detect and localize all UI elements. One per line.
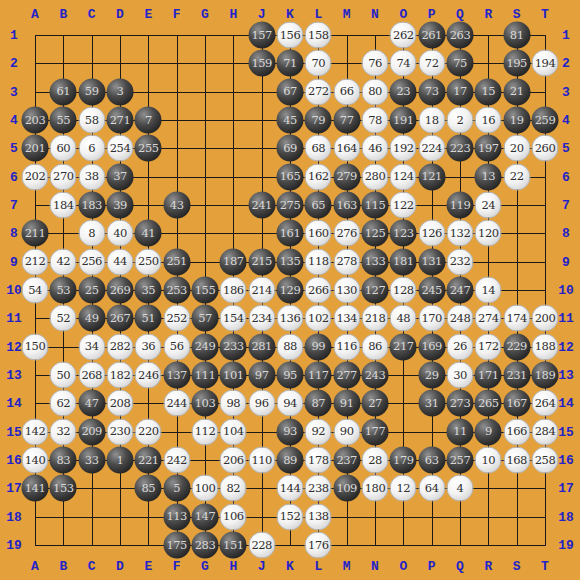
stone-move-151-H19[interactable]: 151 — [220, 532, 247, 559]
stone-move-142-A15[interactable]: 142 — [22, 418, 49, 445]
stone-move-75-Q2[interactable]: 75 — [447, 50, 474, 77]
stone-move-17-Q3[interactable]: 17 — [447, 78, 474, 105]
stone-move-259-T4[interactable]: 259 — [532, 107, 559, 134]
stone-move-18-P4[interactable]: 18 — [418, 107, 445, 134]
stone-move-260-T5[interactable]: 260 — [532, 135, 559, 162]
stone-move-124-O6[interactable]: 124 — [390, 163, 417, 190]
stone-move-83-B16[interactable]: 83 — [50, 447, 77, 474]
stone-move-186-H10[interactable]: 186 — [220, 277, 247, 304]
stone-move-191-O4[interactable]: 191 — [390, 107, 417, 134]
stone-move-30-Q13[interactable]: 30 — [447, 362, 474, 389]
stone-move-238-L17[interactable]: 238 — [305, 475, 332, 502]
stone-move-180-N17[interactable]: 180 — [362, 475, 389, 502]
stone-move-24-R7[interactable]: 24 — [475, 192, 502, 219]
stone-move-112-G15[interactable]: 112 — [192, 418, 219, 445]
col-label-P: P — [428, 560, 436, 573]
stone-move-42-B9[interactable]: 42 — [50, 248, 77, 275]
stone-move-217-O12[interactable]: 217 — [390, 333, 417, 360]
row-label-3: 3 — [562, 85, 570, 98]
row-label-1: 1 — [10, 29, 18, 42]
col-label-S: S — [513, 8, 521, 21]
stone-move-165-K6[interactable]: 165 — [277, 163, 304, 190]
stone-move-214-J10[interactable]: 214 — [248, 277, 275, 304]
stone-move-19-S4[interactable]: 19 — [503, 107, 530, 134]
stone-move-187-H9[interactable]: 187 — [220, 248, 247, 275]
stone-move-200-T11[interactable]: 200 — [532, 305, 559, 332]
stone-move-68-L5[interactable]: 68 — [305, 135, 332, 162]
stone-move-166-S15[interactable]: 166 — [503, 418, 530, 445]
stone-move-102-L11[interactable]: 102 — [305, 305, 332, 332]
row-label-9: 9 — [562, 255, 570, 268]
stone-move-115-N7[interactable]: 115 — [362, 192, 389, 219]
stone-move-97-J13[interactable]: 97 — [248, 362, 275, 389]
stone-move-125-N8[interactable]: 125 — [362, 220, 389, 247]
stone-move-86-N12[interactable]: 86 — [362, 333, 389, 360]
stone-move-275-K7[interactable]: 275 — [277, 192, 304, 219]
stone-move-150-A12[interactable]: 150 — [22, 333, 49, 360]
row-label-15: 15 — [6, 425, 22, 438]
stone-move-6-C5[interactable]: 6 — [78, 135, 105, 162]
stone-move-93-K15[interactable]: 93 — [277, 418, 304, 445]
stone-move-94-K14[interactable]: 94 — [277, 390, 304, 417]
stone-move-47-C14[interactable]: 47 — [78, 390, 105, 417]
stone-move-43-F7[interactable]: 43 — [163, 192, 190, 219]
stone-move-155-G10[interactable]: 155 — [192, 277, 219, 304]
stone-move-126-P8[interactable]: 126 — [418, 220, 445, 247]
stone-move-4-Q17[interactable]: 4 — [447, 475, 474, 502]
stone-move-246-E13[interactable]: 246 — [135, 362, 162, 389]
row-label-15: 15 — [558, 425, 574, 438]
stone-move-261-P1[interactable]: 261 — [418, 22, 445, 49]
stone-move-167-S14[interactable]: 167 — [503, 390, 530, 417]
stone-move-62-B14[interactable]: 62 — [50, 390, 77, 417]
stone-move-77-M4[interactable]: 77 — [333, 107, 360, 134]
stone-move-265-R14[interactable]: 265 — [475, 390, 502, 417]
stone-move-137-F13[interactable]: 137 — [163, 362, 190, 389]
stone-move-92-L15[interactable]: 92 — [305, 418, 332, 445]
stone-move-116-M12[interactable]: 116 — [333, 333, 360, 360]
stone-move-111-G13[interactable]: 111 — [192, 362, 219, 389]
stone-move-189-T13[interactable]: 189 — [532, 362, 559, 389]
stone-move-266-L10[interactable]: 266 — [305, 277, 332, 304]
stone-move-281-J12[interactable]: 281 — [248, 333, 275, 360]
stone-move-110-J16[interactable]: 110 — [248, 447, 275, 474]
stone-move-31-P14[interactable]: 31 — [418, 390, 445, 417]
stone-move-38-C6[interactable]: 38 — [78, 163, 105, 190]
stone-move-181-O9[interactable]: 181 — [390, 248, 417, 275]
stone-move-78-N4[interactable]: 78 — [362, 107, 389, 134]
stone-move-79-L4[interactable]: 79 — [305, 107, 332, 134]
stone-move-12-O17[interactable]: 12 — [390, 475, 417, 502]
stone-move-66-M3[interactable]: 66 — [333, 78, 360, 105]
stone-move-15-R3[interactable]: 15 — [475, 78, 502, 105]
stone-move-215-J9[interactable]: 215 — [248, 248, 275, 275]
row-label-14: 14 — [558, 397, 574, 410]
stone-move-212-A9[interactable]: 212 — [22, 248, 49, 275]
stone-move-50-B13[interactable]: 50 — [50, 362, 77, 389]
stone-move-170-P11[interactable]: 170 — [418, 305, 445, 332]
stone-move-156-K1[interactable]: 156 — [277, 22, 304, 49]
stone-move-248-Q11[interactable]: 248 — [447, 305, 474, 332]
stone-move-109-M17[interactable]: 109 — [333, 475, 360, 502]
col-label-O: O — [399, 560, 407, 573]
stone-move-256-C9[interactable]: 256 — [78, 248, 105, 275]
stone-move-175-F19[interactable]: 175 — [163, 532, 190, 559]
stone-move-263-Q1[interactable]: 263 — [447, 22, 474, 49]
stone-move-34-C12[interactable]: 34 — [78, 333, 105, 360]
stone-move-49-C11[interactable]: 49 — [78, 305, 105, 332]
stone-move-271-D4[interactable]: 271 — [107, 107, 134, 134]
stone-move-147-G18[interactable]: 147 — [192, 503, 219, 530]
stone-move-279-M6[interactable]: 279 — [333, 163, 360, 190]
col-label-D: D — [116, 8, 124, 21]
col-label-K: K — [286, 8, 294, 21]
stone-move-163-M7[interactable]: 163 — [333, 192, 360, 219]
stone-move-249-G12[interactable]: 249 — [192, 333, 219, 360]
stone-move-157-J1[interactable]: 157 — [248, 22, 275, 49]
stone-move-245-P10[interactable]: 245 — [418, 277, 445, 304]
stone-move-118-L9[interactable]: 118 — [305, 248, 332, 275]
row-label-18: 18 — [558, 510, 574, 523]
stone-move-36-E12[interactable]: 36 — [135, 333, 162, 360]
stone-move-33-C16[interactable]: 33 — [78, 447, 105, 474]
stone-move-141-A17[interactable]: 141 — [22, 475, 49, 502]
stone-move-158-L1[interactable]: 158 — [305, 22, 332, 49]
stone-move-269-D10[interactable]: 269 — [107, 277, 134, 304]
stone-move-60-B5[interactable]: 60 — [50, 135, 77, 162]
stone-move-11-Q15[interactable]: 11 — [447, 418, 474, 445]
stone-move-85-E17[interactable]: 85 — [135, 475, 162, 502]
stone-move-231-S13[interactable]: 231 — [503, 362, 530, 389]
stone-move-81-S1[interactable]: 81 — [503, 22, 530, 49]
stone-move-253-F10[interactable]: 253 — [163, 277, 190, 304]
stone-move-276-M8[interactable]: 276 — [333, 220, 360, 247]
stone-move-131-P9[interactable]: 131 — [418, 248, 445, 275]
stone-move-172-R12[interactable]: 172 — [475, 333, 502, 360]
stone-move-283-G19[interactable]: 283 — [192, 532, 219, 559]
stone-move-218-N11[interactable]: 218 — [362, 305, 389, 332]
stone-move-95-K13[interactable]: 95 — [277, 362, 304, 389]
col-label-Q: Q — [456, 560, 464, 573]
row-label-8: 8 — [10, 227, 18, 240]
stone-move-250-E9[interactable]: 250 — [135, 248, 162, 275]
row-label-11: 11 — [6, 312, 22, 325]
stone-move-182-D13[interactable]: 182 — [107, 362, 134, 389]
stone-move-277-M13[interactable]: 277 — [333, 362, 360, 389]
stone-move-129-K10[interactable]: 129 — [277, 277, 304, 304]
stone-move-45-K4[interactable]: 45 — [277, 107, 304, 134]
stone-move-106-H18[interactable]: 106 — [220, 503, 247, 530]
stone-move-203-A4[interactable]: 203 — [22, 107, 49, 134]
stone-move-119-Q7[interactable]: 119 — [447, 192, 474, 219]
stone-move-138-L18[interactable]: 138 — [305, 503, 332, 530]
col-label-E: E — [144, 560, 152, 573]
stone-move-8-C8[interactable]: 8 — [78, 220, 105, 247]
row-label-5: 5 — [562, 142, 570, 155]
stone-move-257-Q16[interactable]: 257 — [447, 447, 474, 474]
stone-move-135-K9[interactable]: 135 — [277, 248, 304, 275]
col-label-L: L — [314, 8, 322, 21]
stone-move-82-H17[interactable]: 82 — [220, 475, 247, 502]
stone-move-99-L12[interactable]: 99 — [305, 333, 332, 360]
col-label-S: S — [513, 560, 521, 573]
stone-move-241-J7[interactable]: 241 — [248, 192, 275, 219]
stone-move-192-O5[interactable]: 192 — [390, 135, 417, 162]
stone-move-14-R10[interactable]: 14 — [475, 277, 502, 304]
stone-move-46-N5[interactable]: 46 — [362, 135, 389, 162]
stone-move-40-D8[interactable]: 40 — [107, 220, 134, 247]
stone-move-10-R16[interactable]: 10 — [475, 447, 502, 474]
stone-move-264-T14[interactable]: 264 — [532, 390, 559, 417]
row-label-11: 11 — [558, 312, 574, 325]
stone-move-195-S2[interactable]: 195 — [503, 50, 530, 77]
stone-move-39-D7[interactable]: 39 — [107, 192, 134, 219]
stone-move-280-N6[interactable]: 280 — [362, 163, 389, 190]
col-label-C: C — [88, 560, 96, 573]
col-label-H: H — [229, 560, 237, 573]
stone-move-228-J19[interactable]: 228 — [248, 532, 275, 559]
stone-move-134-M11[interactable]: 134 — [333, 305, 360, 332]
stone-move-96-J14[interactable]: 96 — [248, 390, 275, 417]
col-label-R: R — [484, 560, 492, 573]
stone-move-183-C7[interactable]: 183 — [78, 192, 105, 219]
stone-move-220-E15[interactable]: 220 — [135, 418, 162, 445]
stone-move-80-N3[interactable]: 80 — [362, 78, 389, 105]
stone-move-117-L13[interactable]: 117 — [305, 362, 332, 389]
stone-move-128-O10[interactable]: 128 — [390, 277, 417, 304]
stone-move-37-D6[interactable]: 37 — [107, 163, 134, 190]
grid-hline — [35, 545, 546, 546]
stone-move-71-K2[interactable]: 71 — [277, 50, 304, 77]
stone-move-251-F9[interactable]: 251 — [163, 248, 190, 275]
row-label-6: 6 — [562, 170, 570, 183]
stone-move-161-K8[interactable]: 161 — [277, 220, 304, 247]
stone-move-122-O7[interactable]: 122 — [390, 192, 417, 219]
stone-move-69-K5[interactable]: 69 — [277, 135, 304, 162]
stone-move-229-S12[interactable]: 229 — [503, 333, 530, 360]
stone-move-267-D11[interactable]: 267 — [107, 305, 134, 332]
stone-move-230-D15[interactable]: 230 — [107, 418, 134, 445]
stone-move-57-G11[interactable]: 57 — [192, 305, 219, 332]
stone-move-233-H12[interactable]: 233 — [220, 333, 247, 360]
stone-move-130-M10[interactable]: 130 — [333, 277, 360, 304]
stone-move-1-D16[interactable]: 1 — [107, 447, 134, 474]
stone-move-169-P12[interactable]: 169 — [418, 333, 445, 360]
stone-move-32-B15[interactable]: 32 — [50, 418, 77, 445]
stone-move-152-K18[interactable]: 152 — [277, 503, 304, 530]
stone-move-58-C4[interactable]: 58 — [78, 107, 105, 134]
col-label-M: M — [343, 8, 351, 21]
stone-move-76-N2[interactable]: 76 — [362, 50, 389, 77]
stone-move-278-M9[interactable]: 278 — [333, 248, 360, 275]
stone-move-55-B4[interactable]: 55 — [50, 107, 77, 134]
stone-move-121-P6[interactable]: 121 — [418, 163, 445, 190]
col-label-D: D — [116, 560, 124, 573]
col-label-P: P — [428, 8, 436, 21]
stone-move-91-M14[interactable]: 91 — [333, 390, 360, 417]
stone-move-272-L3[interactable]: 272 — [305, 78, 332, 105]
stone-move-21-S3[interactable]: 21 — [503, 78, 530, 105]
stone-move-188-T12[interactable]: 188 — [532, 333, 559, 360]
stone-move-258-T16[interactable]: 258 — [532, 447, 559, 474]
col-label-O: O — [399, 8, 407, 21]
col-label-A: A — [31, 560, 39, 573]
stone-move-48-O11[interactable]: 48 — [390, 305, 417, 332]
stone-move-56-F12[interactable]: 56 — [163, 333, 190, 360]
stone-move-25-C10[interactable]: 25 — [78, 277, 105, 304]
stone-move-74-O2[interactable]: 74 — [390, 50, 417, 77]
stone-move-133-N9[interactable]: 133 — [362, 248, 389, 275]
stone-move-16-R4[interactable]: 16 — [475, 107, 502, 134]
stone-move-89-K16[interactable]: 89 — [277, 447, 304, 474]
row-label-18: 18 — [6, 510, 22, 523]
stone-move-29-P13[interactable]: 29 — [418, 362, 445, 389]
stone-move-274-R11[interactable]: 274 — [475, 305, 502, 332]
stone-move-61-B3[interactable]: 61 — [50, 78, 77, 105]
stone-move-63-P16[interactable]: 63 — [418, 447, 445, 474]
stone-move-5-F17[interactable]: 5 — [163, 475, 190, 502]
row-label-2: 2 — [10, 57, 18, 70]
stone-move-179-O16[interactable]: 179 — [390, 447, 417, 474]
stone-move-184-B7[interactable]: 184 — [50, 192, 77, 219]
row-label-1: 1 — [562, 29, 570, 42]
stone-move-103-G14[interactable]: 103 — [192, 390, 219, 417]
stone-move-113-F18[interactable]: 113 — [163, 503, 190, 530]
stone-move-234-J11[interactable]: 234 — [248, 305, 275, 332]
stone-move-206-H16[interactable]: 206 — [220, 447, 247, 474]
stone-move-65-L7[interactable]: 65 — [305, 192, 332, 219]
stone-move-53-B10[interactable]: 53 — [50, 277, 77, 304]
col-label-K: K — [286, 560, 294, 573]
row-label-3: 3 — [10, 85, 18, 98]
stone-move-73-P3[interactable]: 73 — [418, 78, 445, 105]
row-label-19: 19 — [558, 539, 574, 552]
stone-move-20-S5[interactable]: 20 — [503, 135, 530, 162]
stone-move-243-N13[interactable]: 243 — [362, 362, 389, 389]
col-label-M: M — [343, 560, 351, 573]
stone-move-35-E10[interactable]: 35 — [135, 277, 162, 304]
col-label-L: L — [314, 560, 322, 573]
stone-move-209-C15[interactable]: 209 — [78, 418, 105, 445]
col-label-B: B — [59, 560, 67, 573]
stone-move-208-D14[interactable]: 208 — [107, 390, 134, 417]
stone-move-2-Q4[interactable]: 2 — [447, 107, 474, 134]
stone-move-44-D9[interactable]: 44 — [107, 248, 134, 275]
stone-move-153-B17[interactable]: 153 — [50, 475, 77, 502]
stone-move-9-R15[interactable]: 9 — [475, 418, 502, 445]
stone-move-144-K17[interactable]: 144 — [277, 475, 304, 502]
stone-move-127-N10[interactable]: 127 — [362, 277, 389, 304]
stone-move-282-D12[interactable]: 282 — [107, 333, 134, 360]
stone-move-194-T2[interactable]: 194 — [532, 50, 559, 77]
stone-move-164-M5[interactable]: 164 — [333, 135, 360, 162]
stone-move-168-S16[interactable]: 168 — [503, 447, 530, 474]
stone-move-254-D5[interactable]: 254 — [107, 135, 134, 162]
stone-move-22-S6[interactable]: 22 — [503, 163, 530, 190]
stone-move-224-P5[interactable]: 224 — [418, 135, 445, 162]
stone-move-7-E4[interactable]: 7 — [135, 107, 162, 134]
stone-move-221-E16[interactable]: 221 — [135, 447, 162, 474]
stone-move-87-L14[interactable]: 87 — [305, 390, 332, 417]
stone-move-255-E5[interactable]: 255 — [135, 135, 162, 162]
stone-move-247-Q10[interactable]: 247 — [447, 277, 474, 304]
col-label-A: A — [31, 8, 39, 21]
stone-move-88-K12[interactable]: 88 — [277, 333, 304, 360]
row-label-7: 7 — [562, 199, 570, 212]
stone-move-136-K11[interactable]: 136 — [277, 305, 304, 332]
stone-move-123-O8[interactable]: 123 — [390, 220, 417, 247]
stone-move-104-H15[interactable]: 104 — [220, 418, 247, 445]
stone-move-237-M16[interactable]: 237 — [333, 447, 360, 474]
col-label-F: F — [173, 8, 181, 21]
stone-move-270-B6[interactable]: 270 — [50, 163, 77, 190]
stone-move-23-O3[interactable]: 23 — [390, 78, 417, 105]
stone-move-132-Q8[interactable]: 132 — [447, 220, 474, 247]
stone-move-59-C3[interactable]: 59 — [78, 78, 105, 105]
stone-move-197-R5[interactable]: 197 — [475, 135, 502, 162]
stone-move-268-C13[interactable]: 268 — [78, 362, 105, 389]
stone-move-54-A10[interactable]: 54 — [22, 277, 49, 304]
stone-move-160-L8[interactable]: 160 — [305, 220, 332, 247]
go-board[interactable]: AABBCCDDEEFFGGHHJJKKLLMMNNOOPPQQRRSSTT11… — [0, 0, 580, 580]
stone-move-262-O1[interactable]: 262 — [390, 22, 417, 49]
stone-move-252-F11[interactable]: 252 — [163, 305, 190, 332]
stone-move-273-Q14[interactable]: 273 — [447, 390, 474, 417]
row-label-4: 4 — [562, 114, 570, 127]
stone-move-232-Q9[interactable]: 232 — [447, 248, 474, 275]
stone-move-223-Q5[interactable]: 223 — [447, 135, 474, 162]
stone-move-90-M15[interactable]: 90 — [333, 418, 360, 445]
stone-move-211-A8[interactable]: 211 — [22, 220, 49, 247]
stone-move-244-F14[interactable]: 244 — [163, 390, 190, 417]
stone-move-242-F16[interactable]: 242 — [163, 447, 190, 474]
stone-move-201-A5[interactable]: 201 — [22, 135, 49, 162]
stone-move-72-P2[interactable]: 72 — [418, 50, 445, 77]
stone-move-70-L2[interactable]: 70 — [305, 50, 332, 77]
stone-move-64-P17[interactable]: 64 — [418, 475, 445, 502]
stone-move-100-G17[interactable]: 100 — [192, 475, 219, 502]
stone-move-202-A6[interactable]: 202 — [22, 163, 49, 190]
stone-move-41-E8[interactable]: 41 — [135, 220, 162, 247]
stone-move-52-B11[interactable]: 52 — [50, 305, 77, 332]
stone-move-284-T15[interactable]: 284 — [532, 418, 559, 445]
stone-move-154-H11[interactable]: 154 — [220, 305, 247, 332]
stone-move-26-Q12[interactable]: 26 — [447, 333, 474, 360]
stone-move-162-L6[interactable]: 162 — [305, 163, 332, 190]
stone-move-140-A16[interactable]: 140 — [22, 447, 49, 474]
row-label-14: 14 — [6, 397, 22, 410]
stone-move-98-H14[interactable]: 98 — [220, 390, 247, 417]
stone-move-51-E11[interactable]: 51 — [135, 305, 162, 332]
col-label-N: N — [371, 8, 379, 21]
col-label-R: R — [484, 8, 492, 21]
row-label-9: 9 — [10, 255, 18, 268]
stone-move-174-S11[interactable]: 174 — [503, 305, 530, 332]
stone-move-28-N16[interactable]: 28 — [362, 447, 389, 474]
stone-move-67-K3[interactable]: 67 — [277, 78, 304, 105]
stone-move-159-J2[interactable]: 159 — [248, 50, 275, 77]
stone-move-178-L16[interactable]: 178 — [305, 447, 332, 474]
stone-move-101-H13[interactable]: 101 — [220, 362, 247, 389]
stone-move-176-L19[interactable]: 176 — [305, 532, 332, 559]
stone-move-177-N15[interactable]: 177 — [362, 418, 389, 445]
stone-move-171-R13[interactable]: 171 — [475, 362, 502, 389]
stone-move-120-R8[interactable]: 120 — [475, 220, 502, 247]
stone-move-3-D3[interactable]: 3 — [107, 78, 134, 105]
stone-move-27-N14[interactable]: 27 — [362, 390, 389, 417]
col-label-Q: Q — [456, 8, 464, 21]
stone-move-13-R6[interactable]: 13 — [475, 163, 502, 190]
